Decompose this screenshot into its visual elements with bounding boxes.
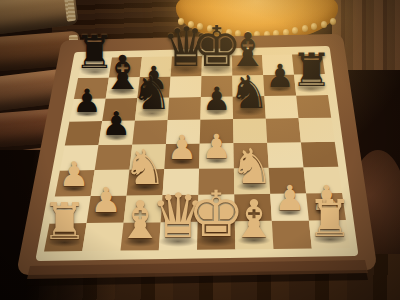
piece-white-pawn-a3[interactable]: ♟ — [57, 157, 91, 191]
piece-black-knight-f6[interactable]: ♞ — [226, 70, 272, 116]
piece-black-pawn-b5[interactable]: ♟ — [100, 108, 133, 141]
piece-white-rook-a1[interactable]: ♜ — [39, 196, 90, 247]
piece-white-bishop-f1[interactable]: ♝ — [228, 193, 280, 245]
chess-photo-scene: ♜♛♚♝♝♟♟♜♟♞♟♞♟♟♟♟♞♞♟♟♟♜♝♛♚♝♜ — [0, 0, 400, 300]
square-h5[interactable] — [299, 118, 335, 143]
piece-white-pawn-d4[interactable]: ♟ — [165, 131, 198, 164]
square-h6[interactable] — [296, 95, 331, 118]
square-a5[interactable] — [65, 121, 102, 146]
piece-black-rook-h7[interactable]: ♜ — [288, 47, 334, 93]
square-h4[interactable] — [301, 142, 338, 168]
piece-white-rook-h1[interactable]: ♜ — [304, 193, 355, 244]
piece-black-knight-c6[interactable]: ♞ — [129, 71, 175, 117]
piece-black-pawn-a6[interactable]: ♟ — [71, 85, 103, 117]
